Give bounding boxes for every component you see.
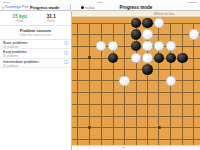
board-cell-c9-r6[interactable] [177, 87, 189, 99]
board-cell-c2-r6[interactable] [95, 87, 107, 99]
board-cell-c0-r0[interactable] [72, 17, 84, 29]
turn-indicator-label: to play [85, 6, 94, 10]
board-cell-c7-r6[interactable] [153, 87, 165, 99]
master-title: Progress mode [30, 5, 59, 10]
board-cell-c8-r0[interactable] [165, 17, 177, 29]
board-cell-c8-r7[interactable] [165, 98, 177, 110]
board-cell-c7-r0[interactable] [153, 17, 165, 29]
board-cell-c3-r7[interactable] [107, 98, 119, 110]
board-cell-c1-r2[interactable] [84, 40, 96, 52]
board-cell-c10-r6[interactable] [188, 87, 200, 99]
board-cell-c10-r7[interactable] [188, 98, 200, 110]
star-point [88, 126, 91, 129]
black-stone [166, 53, 176, 63]
info-icon[interactable]: ⓘ [64, 61, 69, 66]
board-cell-c10-r0[interactable] [188, 17, 200, 29]
board-cell-c0-r9[interactable] [72, 122, 84, 134]
board-cell-c1-r6[interactable] [84, 87, 96, 99]
board-cell-c0-r7[interactable] [72, 98, 84, 110]
black-stone [131, 29, 141, 39]
board-cell-c1-r4[interactable] [84, 64, 96, 76]
section-subtitle: Select the sources to use [2, 33, 69, 37]
board-cell-c8-r4[interactable] [165, 64, 177, 76]
board-cell-c2-r10[interactable] [95, 133, 107, 145]
board-cell-c7-r5[interactable] [153, 75, 165, 87]
black-stone [154, 53, 164, 63]
board-cell-c3-r8[interactable] [107, 110, 119, 122]
board-cell-c7-r10[interactable] [153, 133, 165, 145]
board-cell-c8-r5[interactable] [165, 75, 177, 87]
status-battery-smudge [188, 2, 197, 3]
white-stone [189, 29, 199, 39]
board-cell-c5-r1[interactable] [130, 29, 142, 41]
undo-icon[interactable]: ↶ [122, 146, 125, 150]
board-cell-c6-r2[interactable] [142, 40, 154, 52]
board-cell-c1-r7[interactable] [84, 98, 96, 110]
board-cell-c4-r7[interactable] [119, 98, 131, 110]
problem-source-list: Basic problems24 problemsⓘEasy problems5… [0, 39, 71, 69]
board-cell-c1-r1[interactable] [84, 29, 96, 41]
board-cell-c8-r1[interactable] [165, 29, 177, 41]
board-cell-c7-r2[interactable] [153, 40, 165, 52]
board-cell-c5-r6[interactable] [130, 87, 142, 99]
board-cell-c6-r4[interactable] [142, 64, 154, 76]
board-cell-c0-r4[interactable] [72, 64, 84, 76]
board-cell-c2-r4[interactable] [95, 64, 107, 76]
go-board[interactable] [72, 17, 200, 145]
black-stone [131, 18, 141, 28]
board-cell-c2-r1[interactable] [95, 29, 107, 41]
white-stone [154, 41, 164, 51]
board-cell-c5-r0[interactable] [130, 17, 142, 29]
board-cell-c1-r9[interactable] [84, 122, 96, 134]
board-cell-c10-r2[interactable] [188, 40, 200, 52]
board-cell-c5-r8[interactable] [130, 110, 142, 122]
board-cell-c10-r4[interactable] [188, 64, 200, 76]
board-cell-c5-r9[interactable] [130, 122, 142, 134]
rank-label: Rank [4, 19, 36, 23]
white-stone [154, 18, 164, 28]
points-value: 31.1 [36, 14, 68, 19]
board-cell-c2-r7[interactable] [95, 98, 107, 110]
black-stone [131, 41, 141, 51]
board-cell-c6-r0[interactable] [142, 17, 154, 29]
rank-value: 15 kyu [4, 14, 36, 19]
white-stone [166, 41, 176, 51]
more-icon[interactable]: ⋯ [158, 146, 162, 150]
black-stone [142, 18, 152, 28]
board-cell-c0-r3[interactable] [72, 52, 84, 64]
board-cell-c9-r4[interactable] [177, 64, 189, 76]
board-cell-c9-r8[interactable] [177, 110, 189, 122]
white-stone [96, 41, 106, 51]
info-icon[interactable]: ⓘ [64, 52, 69, 57]
detail-nav-bar: to play Progress mode [72, 4, 200, 11]
board-cell-c0-r6[interactable] [72, 87, 84, 99]
black-stone-icon [81, 6, 84, 9]
board-cell-c6-r9[interactable] [142, 122, 154, 134]
board-cell-c6-r7[interactable] [142, 98, 154, 110]
back-button-label: Tsumego Pro [5, 5, 29, 9]
app-screen: ‹ Tsumego Pro Progress mode to play Prog… [0, 0, 200, 150]
board-cell-c5-r10[interactable] [130, 133, 142, 145]
board-cell-c3-r4[interactable] [107, 64, 119, 76]
board-cell-c7-r9[interactable] [153, 122, 165, 134]
board-cell-c2-r5[interactable] [95, 75, 107, 87]
board-cell-c7-r3[interactable] [153, 52, 165, 64]
white-stone [142, 29, 152, 39]
board-cell-c2-r2[interactable] [95, 40, 107, 52]
board-cell-c7-r4[interactable] [153, 64, 165, 76]
board-cell-c2-r8[interactable] [95, 110, 107, 122]
board-cell-c9-r5[interactable] [177, 75, 189, 87]
board-cell-c4-r4[interactable] [119, 64, 131, 76]
detail-title: Progress mode [120, 5, 153, 10]
board-cell-c2-r3[interactable] [95, 52, 107, 64]
turn-indicator: to play [81, 4, 94, 11]
board-cell-c3-r2[interactable] [107, 40, 119, 52]
board-cell-c9-r0[interactable] [177, 17, 189, 29]
board-cell-c1-r10[interactable] [84, 133, 96, 145]
board-cell-c10-r8[interactable] [188, 110, 200, 122]
board-cell-c4-r3[interactable] [119, 52, 131, 64]
board-cell-c7-r7[interactable] [153, 98, 165, 110]
problem-sources-section-header: Problem sources Select the sources to us… [0, 26, 71, 39]
board-cell-c0-r5[interactable] [72, 75, 84, 87]
board-cell-c4-r6[interactable] [119, 87, 131, 99]
back-button[interactable]: ‹ Tsumego Pro [2, 5, 28, 9]
board-cell-c8-r2[interactable] [165, 40, 177, 52]
board-cell-c4-r8[interactable] [119, 110, 131, 122]
problem-source-row[interactable]: Basic problems24 problemsⓘ [0, 40, 71, 50]
black-stone [108, 53, 118, 63]
board-cell-c6-r3[interactable] [142, 52, 154, 64]
points-label: Points [36, 19, 68, 23]
board-cell-c4-r9[interactable] [119, 122, 131, 134]
board-cell-c9-r1[interactable] [177, 29, 189, 41]
board-cell-c4-r1[interactable] [119, 29, 131, 41]
section-title: Problem sources [2, 28, 69, 33]
board-cell-c5-r7[interactable] [130, 98, 142, 110]
board-cell-c3-r6[interactable] [107, 87, 119, 99]
board-cell-c10-r1[interactable] [188, 29, 200, 41]
black-stone [177, 53, 187, 63]
board-cell-c3-r10[interactable] [107, 133, 119, 145]
board-cell-c9-r3[interactable] [177, 52, 189, 64]
board-cell-c3-r9[interactable] [107, 122, 119, 134]
board-cell-c8-r6[interactable] [165, 87, 177, 99]
white-stone [142, 53, 152, 63]
board-cell-c5-r3[interactable] [130, 52, 142, 64]
board-cell-c5-r4[interactable] [130, 64, 142, 76]
board-cell-c0-r10[interactable] [72, 133, 84, 145]
board-cell-c7-r1[interactable] [153, 29, 165, 41]
white-stone [131, 53, 141, 63]
board-cell-c4-r5[interactable] [119, 75, 131, 87]
problem-source-row[interactable]: Intermediate problems32 problemsⓘ [0, 59, 71, 69]
board-cell-c4-r0[interactable] [119, 17, 131, 29]
board-cell-c9-r2[interactable] [177, 40, 189, 52]
star-point [158, 126, 161, 129]
master-nav-bar: ‹ Tsumego Pro Progress mode [0, 4, 71, 11]
problem-source-row[interactable]: Easy problems56 problemsⓘ [0, 49, 71, 59]
points-stat: 31.1 Points [36, 14, 68, 24]
board-cell-c9-r9[interactable] [177, 122, 189, 134]
board-cell-c6-r8[interactable] [142, 110, 154, 122]
sidebar: 15 kyu Rank 31.1 Points Problem sources … [0, 11, 72, 150]
rank-stat: 15 kyu Rank [4, 14, 36, 24]
board-cell-c6-r1[interactable] [142, 29, 154, 41]
board-cell-c8-r3[interactable] [165, 52, 177, 64]
board-cell-c10-r3[interactable] [188, 52, 200, 64]
black-stone [142, 64, 152, 74]
board-cell-c1-r8[interactable] [84, 110, 96, 122]
board-cell-c5-r2[interactable] [130, 40, 142, 52]
status-time-smudge [97, 2, 103, 3]
board-cell-c6-r5[interactable] [142, 75, 154, 87]
info-icon[interactable]: ⓘ [64, 42, 69, 47]
board-cell-c9-r10[interactable] [177, 133, 189, 145]
board-cell-c3-r5[interactable] [107, 75, 119, 87]
bottom-toolbar: ↶ ⋯ [72, 145, 200, 150]
source-subtitle: 32 problems [3, 64, 61, 68]
board-cell-c10-r5[interactable] [188, 75, 200, 87]
board-cell-c4-r2[interactable] [119, 40, 131, 52]
problem-status-text: White to live [154, 12, 175, 16]
board-cell-c10-r10[interactable] [188, 133, 200, 145]
star-point [88, 56, 91, 59]
board-cell-c8-r9[interactable] [165, 122, 177, 134]
board-cell-c2-r0[interactable] [95, 17, 107, 29]
board-cell-c10-r9[interactable] [188, 122, 200, 134]
board-cell-c2-r9[interactable] [95, 122, 107, 134]
stats-row: 15 kyu Rank 31.1 Points [0, 11, 71, 25]
board-cell-c0-r1[interactable] [72, 29, 84, 41]
white-stone [166, 76, 176, 86]
board-cell-c3-r0[interactable] [107, 17, 119, 29]
status-carrier-smudge [3, 2, 10, 3]
board-cell-c1-r3[interactable] [84, 52, 96, 64]
board-cell-c6-r10[interactable] [142, 133, 154, 145]
board-cell-c4-r10[interactable] [119, 133, 131, 145]
board-cell-c8-r8[interactable] [165, 110, 177, 122]
white-stone [108, 41, 118, 51]
board-cell-c5-r5[interactable] [130, 75, 142, 87]
board-cell-c8-r10[interactable] [165, 133, 177, 145]
board-cell-c7-r8[interactable] [153, 110, 165, 122]
board-cell-c0-r2[interactable] [72, 40, 84, 52]
board-cell-c6-r6[interactable] [142, 87, 154, 99]
board-cell-c9-r7[interactable] [177, 98, 189, 110]
board-cell-c1-r0[interactable] [84, 17, 96, 29]
board-cell-c1-r5[interactable] [84, 75, 96, 87]
white-stone [142, 41, 152, 51]
board-cell-c3-r1[interactable] [107, 29, 119, 41]
white-stone [119, 76, 129, 86]
board-cell-c3-r3[interactable] [107, 52, 119, 64]
board-cell-c0-r8[interactable] [72, 110, 84, 122]
